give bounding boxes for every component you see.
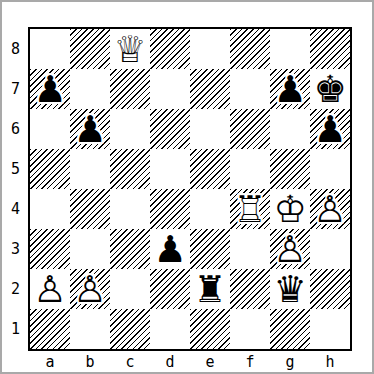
black-king-halo: ♚: [310, 69, 350, 109]
black-queen[interactable]: ♛: [270, 269, 310, 309]
square-e7[interactable]: [190, 69, 230, 109]
square-b6[interactable]: ♟♟: [70, 109, 110, 149]
square-h4[interactable]: ♟♙: [310, 189, 350, 229]
square-f6[interactable]: [230, 109, 270, 149]
square-b3[interactable]: [70, 229, 110, 269]
square-b5[interactable]: [70, 149, 110, 189]
square-h8[interactable]: [310, 29, 350, 69]
square-d3[interactable]: ♟♟: [150, 229, 190, 269]
white-king-halo: ♚: [270, 189, 310, 229]
square-g3[interactable]: ♟♙: [270, 229, 310, 269]
black-pawn[interactable]: ♟: [310, 109, 350, 149]
square-e3[interactable]: [190, 229, 230, 269]
square-g4[interactable]: ♚♔: [270, 189, 310, 229]
square-d5[interactable]: [150, 149, 190, 189]
square-d7[interactable]: [150, 69, 190, 109]
file-label-h: h: [310, 352, 350, 372]
black-king[interactable]: ♚: [310, 69, 350, 109]
chess-diagram: 87654321 ♛♕♟♟♟♟♚♚♟♟♟♟♜♖♚♔♟♙♟♟♟♙♟♙♟♙♜♜♛♛ …: [0, 0, 374, 374]
square-b8[interactable]: [70, 29, 110, 69]
black-pawn[interactable]: ♟: [30, 69, 70, 109]
black-pawn-halo: ♟: [30, 69, 70, 109]
square-c7[interactable]: [110, 69, 150, 109]
square-a7[interactable]: ♟♟: [30, 69, 70, 109]
black-pawn-halo: ♟: [310, 109, 350, 149]
black-pawn[interactable]: ♟: [270, 69, 310, 109]
square-e6[interactable]: [190, 109, 230, 149]
file-label-e: e: [190, 352, 230, 372]
black-queen-halo: ♛: [270, 269, 310, 309]
square-b7[interactable]: [70, 69, 110, 109]
rank-label-2: 2: [5, 269, 26, 309]
white-pawn[interactable]: ♙: [270, 229, 310, 269]
square-d6[interactable]: [150, 109, 190, 149]
square-f1[interactable]: [230, 309, 270, 349]
square-e2[interactable]: ♜♜: [190, 269, 230, 309]
white-rook-halo: ♜: [230, 189, 270, 229]
square-a5[interactable]: [30, 149, 70, 189]
square-h2[interactable]: [310, 269, 350, 309]
square-c1[interactable]: [110, 309, 150, 349]
square-f2[interactable]: [230, 269, 270, 309]
file-label-a: a: [30, 352, 70, 372]
square-c6[interactable]: [110, 109, 150, 149]
square-c8[interactable]: ♛♕: [110, 29, 150, 69]
white-pawn-halo: ♟: [310, 189, 350, 229]
square-b2[interactable]: ♟♙: [70, 269, 110, 309]
white-pawn[interactable]: ♙: [310, 189, 350, 229]
square-b1[interactable]: [70, 309, 110, 349]
square-a6[interactable]: [30, 109, 70, 149]
rank-label-6: 6: [5, 109, 26, 149]
square-c5[interactable]: [110, 149, 150, 189]
square-d2[interactable]: [150, 269, 190, 309]
square-g6[interactable]: [270, 109, 310, 149]
rank-label-3: 3: [5, 229, 26, 269]
black-rook-halo: ♜: [190, 269, 230, 309]
square-f8[interactable]: [230, 29, 270, 69]
square-h1[interactable]: [310, 309, 350, 349]
black-rook[interactable]: ♜: [190, 269, 230, 309]
rank-labels: 87654321: [5, 29, 26, 349]
rank-label-8: 8: [5, 29, 26, 69]
square-h5[interactable]: [310, 149, 350, 189]
white-rook[interactable]: ♖: [230, 189, 270, 229]
white-pawn[interactable]: ♙: [30, 269, 70, 309]
black-pawn[interactable]: ♟: [70, 109, 110, 149]
white-pawn-halo: ♟: [270, 229, 310, 269]
square-h3[interactable]: [310, 229, 350, 269]
black-pawn-halo: ♟: [270, 69, 310, 109]
square-f5[interactable]: [230, 149, 270, 189]
square-f3[interactable]: [230, 229, 270, 269]
rank-label-1: 1: [5, 309, 26, 349]
square-d4[interactable]: [150, 189, 190, 229]
square-e5[interactable]: [190, 149, 230, 189]
rank-label-4: 4: [5, 189, 26, 229]
black-pawn[interactable]: ♟: [150, 229, 190, 269]
square-c4[interactable]: [110, 189, 150, 229]
square-e8[interactable]: [190, 29, 230, 69]
white-pawn-halo: ♟: [30, 269, 70, 309]
white-queen[interactable]: ♕: [110, 29, 150, 69]
square-h6[interactable]: ♟♟: [310, 109, 350, 149]
square-f4[interactable]: ♜♖: [230, 189, 270, 229]
file-label-b: b: [70, 352, 110, 372]
file-labels: abcdefgh: [30, 352, 350, 372]
square-g2[interactable]: ♛♛: [270, 269, 310, 309]
white-pawn-halo: ♟: [70, 269, 110, 309]
white-pawn[interactable]: ♙: [70, 269, 110, 309]
file-label-c: c: [110, 352, 150, 372]
black-pawn-halo: ♟: [150, 229, 190, 269]
rank-label-7: 7: [5, 69, 26, 109]
square-e1[interactable]: [190, 309, 230, 349]
chess-board[interactable]: ♛♕♟♟♟♟♚♚♟♟♟♟♜♖♚♔♟♙♟♟♟♙♟♙♟♙♜♜♛♛: [28, 27, 352, 351]
square-f7[interactable]: [230, 69, 270, 109]
square-e4[interactable]: [190, 189, 230, 229]
square-g5[interactable]: [270, 149, 310, 189]
black-pawn-halo: ♟: [70, 109, 110, 149]
white-queen-halo: ♛: [110, 29, 150, 69]
file-label-f: f: [230, 352, 270, 372]
square-g8[interactable]: [270, 29, 310, 69]
square-a4[interactable]: [30, 189, 70, 229]
square-a8[interactable]: [30, 29, 70, 69]
square-h7[interactable]: ♚♚: [310, 69, 350, 109]
square-c3[interactable]: [110, 229, 150, 269]
square-d1[interactable]: [150, 309, 190, 349]
file-label-d: d: [150, 352, 190, 372]
square-c2[interactable]: [110, 269, 150, 309]
file-label-g: g: [270, 352, 310, 372]
square-b4[interactable]: [70, 189, 110, 229]
square-d8[interactable]: [150, 29, 190, 69]
square-a1[interactable]: [30, 309, 70, 349]
square-a2[interactable]: ♟♙: [30, 269, 70, 309]
square-g7[interactable]: ♟♟: [270, 69, 310, 109]
square-a3[interactable]: [30, 229, 70, 269]
rank-label-5: 5: [5, 149, 26, 189]
white-king[interactable]: ♔: [270, 189, 310, 229]
square-g1[interactable]: [270, 309, 310, 349]
